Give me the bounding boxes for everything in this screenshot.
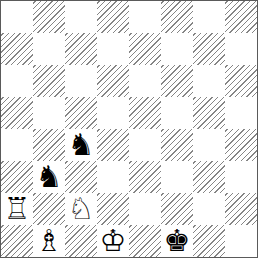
square-d4[interactable] xyxy=(97,129,129,161)
square-d6[interactable] xyxy=(97,65,129,97)
square-b4[interactable] xyxy=(33,129,65,161)
square-b8[interactable] xyxy=(33,1,65,33)
square-a8[interactable] xyxy=(1,1,33,33)
square-b3[interactable]: ♞ xyxy=(33,161,65,193)
square-f2[interactable] xyxy=(161,193,193,225)
white-king: ♔ xyxy=(100,225,127,257)
square-c5[interactable] xyxy=(65,97,97,129)
square-f6[interactable] xyxy=(161,65,193,97)
square-c7[interactable] xyxy=(65,33,97,65)
square-d8[interactable] xyxy=(97,1,129,33)
square-a1[interactable] xyxy=(1,225,33,257)
square-d7[interactable] xyxy=(97,33,129,65)
square-d3[interactable] xyxy=(97,161,129,193)
chess-board-frame: ♞♞♖♘♗♔♚ xyxy=(0,0,258,258)
square-a6[interactable] xyxy=(1,65,33,97)
square-e7[interactable] xyxy=(129,33,161,65)
square-h7[interactable] xyxy=(225,33,257,65)
square-e5[interactable] xyxy=(129,97,161,129)
black-knight: ♞ xyxy=(36,161,63,193)
square-b6[interactable] xyxy=(33,65,65,97)
square-g2[interactable] xyxy=(193,193,225,225)
square-e1[interactable] xyxy=(129,225,161,257)
white-knight: ♘ xyxy=(68,193,95,225)
square-d5[interactable] xyxy=(97,97,129,129)
square-c4[interactable]: ♞ xyxy=(65,129,97,161)
black-king: ♚ xyxy=(164,225,191,257)
square-h4[interactable] xyxy=(225,129,257,161)
square-g4[interactable] xyxy=(193,129,225,161)
square-g3[interactable] xyxy=(193,161,225,193)
square-d1[interactable]: ♔ xyxy=(97,225,129,257)
square-c2[interactable]: ♘ xyxy=(65,193,97,225)
square-e4[interactable] xyxy=(129,129,161,161)
square-c3[interactable] xyxy=(65,161,97,193)
square-d2[interactable] xyxy=(97,193,129,225)
square-a4[interactable] xyxy=(1,129,33,161)
square-f1[interactable]: ♚ xyxy=(161,225,193,257)
square-f4[interactable] xyxy=(161,129,193,161)
square-g1[interactable] xyxy=(193,225,225,257)
square-b2[interactable] xyxy=(33,193,65,225)
square-f3[interactable] xyxy=(161,161,193,193)
square-c6[interactable] xyxy=(65,65,97,97)
square-f5[interactable] xyxy=(161,97,193,129)
square-a2[interactable]: ♖ xyxy=(1,193,33,225)
square-b1[interactable]: ♗ xyxy=(33,225,65,257)
square-e8[interactable] xyxy=(129,1,161,33)
square-h6[interactable] xyxy=(225,65,257,97)
square-c1[interactable] xyxy=(65,225,97,257)
chess-board: ♞♞♖♘♗♔♚ xyxy=(1,1,257,257)
square-g8[interactable] xyxy=(193,1,225,33)
square-e2[interactable] xyxy=(129,193,161,225)
square-c8[interactable] xyxy=(65,1,97,33)
square-h5[interactable] xyxy=(225,97,257,129)
square-g7[interactable] xyxy=(193,33,225,65)
square-f7[interactable] xyxy=(161,33,193,65)
white-bishop: ♗ xyxy=(36,225,63,257)
white-rook: ♖ xyxy=(4,193,31,225)
square-h8[interactable] xyxy=(225,1,257,33)
square-h2[interactable] xyxy=(225,193,257,225)
square-b7[interactable] xyxy=(33,33,65,65)
square-f8[interactable] xyxy=(161,1,193,33)
square-g6[interactable] xyxy=(193,65,225,97)
square-a7[interactable] xyxy=(1,33,33,65)
square-a3[interactable] xyxy=(1,161,33,193)
square-g5[interactable] xyxy=(193,97,225,129)
black-knight: ♞ xyxy=(68,129,95,161)
square-b5[interactable] xyxy=(33,97,65,129)
square-h1[interactable] xyxy=(225,225,257,257)
square-a5[interactable] xyxy=(1,97,33,129)
square-e3[interactable] xyxy=(129,161,161,193)
square-h3[interactable] xyxy=(225,161,257,193)
square-e6[interactable] xyxy=(129,65,161,97)
